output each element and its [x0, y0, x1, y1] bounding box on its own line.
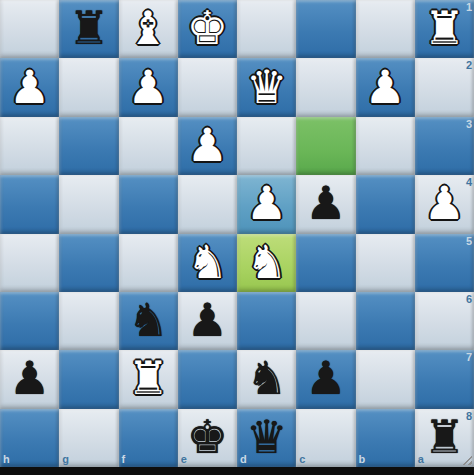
square-b4[interactable]	[356, 175, 415, 233]
square-c4[interactable]: ♟	[296, 175, 355, 233]
square-c1[interactable]	[296, 0, 355, 58]
square-c6[interactable]	[296, 292, 355, 350]
piece-white-queen[interactable]: ♛	[246, 64, 287, 110]
square-a1[interactable]: ♜1	[415, 0, 474, 58]
rank-label-6: 6	[466, 294, 472, 305]
piece-black-rook[interactable]: ♜	[424, 414, 465, 460]
piece-white-knight[interactable]: ♞	[246, 239, 287, 285]
square-g1[interactable]: ♜	[59, 0, 118, 58]
square-g4[interactable]	[59, 175, 118, 233]
file-label-f: f	[122, 454, 126, 465]
file-label-e: e	[181, 454, 187, 465]
square-c7[interactable]: ♟	[296, 350, 355, 408]
bottom-bar	[0, 467, 474, 475]
square-a2[interactable]: 2	[415, 58, 474, 116]
square-e2[interactable]	[178, 58, 237, 116]
square-e3[interactable]: ♟	[178, 117, 237, 175]
square-e4[interactable]	[178, 175, 237, 233]
file-label-c: c	[299, 454, 305, 465]
square-f3[interactable]	[119, 117, 178, 175]
square-h3[interactable]	[0, 117, 59, 175]
piece-white-knight[interactable]: ♞	[187, 239, 228, 285]
square-d5[interactable]: ♞	[237, 234, 296, 292]
square-b7[interactable]	[356, 350, 415, 408]
file-label-b: b	[359, 454, 366, 465]
square-e8[interactable]: ♚e	[178, 409, 237, 467]
square-b5[interactable]	[356, 234, 415, 292]
square-h1[interactable]	[0, 0, 59, 58]
square-g3[interactable]	[59, 117, 118, 175]
file-label-g: g	[62, 454, 69, 465]
piece-white-rook[interactable]: ♜	[128, 355, 169, 401]
square-d3[interactable]	[237, 117, 296, 175]
square-d6[interactable]	[237, 292, 296, 350]
rank-label-4: 4	[466, 177, 472, 188]
piece-white-pawn[interactable]: ♟	[187, 122, 228, 168]
piece-black-king[interactable]: ♚	[187, 414, 228, 460]
piece-black-pawn[interactable]: ♟	[305, 180, 346, 226]
square-f1[interactable]: ♝	[119, 0, 178, 58]
rank-label-8: 8	[466, 411, 472, 422]
piece-white-pawn[interactable]: ♟	[9, 64, 50, 110]
piece-black-knight[interactable]: ♞	[246, 355, 287, 401]
square-e5[interactable]: ♞	[178, 234, 237, 292]
square-e6[interactable]: ♟	[178, 292, 237, 350]
square-h8[interactable]: h	[0, 409, 59, 467]
chess-board: ♜♝♚♜1♟♟♛♟2♟3♟♟♟4♞♞5♞♟6♟♜♞♟7hgf♚e♛dcb♜8a	[0, 0, 474, 467]
square-h7[interactable]: ♟	[0, 350, 59, 408]
square-c5[interactable]	[296, 234, 355, 292]
square-f6[interactable]: ♞	[119, 292, 178, 350]
square-h5[interactable]	[0, 234, 59, 292]
rank-label-3: 3	[466, 119, 472, 130]
square-e1[interactable]: ♚	[178, 0, 237, 58]
piece-white-pawn[interactable]: ♟	[128, 64, 169, 110]
piece-black-knight[interactable]: ♞	[128, 297, 169, 343]
rank-label-1: 1	[466, 2, 472, 13]
rank-label-7: 7	[466, 352, 472, 363]
square-g2[interactable]	[59, 58, 118, 116]
piece-white-bishop[interactable]: ♝	[128, 5, 169, 51]
square-c2[interactable]	[296, 58, 355, 116]
square-f4[interactable]	[119, 175, 178, 233]
square-a4[interactable]: ♟4	[415, 175, 474, 233]
piece-white-pawn[interactable]: ♟	[424, 180, 465, 226]
square-b3[interactable]	[356, 117, 415, 175]
square-b1[interactable]	[356, 0, 415, 58]
piece-white-king[interactable]: ♚	[187, 5, 228, 51]
square-f2[interactable]: ♟	[119, 58, 178, 116]
square-d4[interactable]: ♟	[237, 175, 296, 233]
piece-black-rook[interactable]: ♜	[68, 5, 109, 51]
square-c8[interactable]: c	[296, 409, 355, 467]
square-b6[interactable]	[356, 292, 415, 350]
piece-black-pawn[interactable]: ♟	[305, 355, 346, 401]
square-h4[interactable]	[0, 175, 59, 233]
square-e7[interactable]	[178, 350, 237, 408]
square-a7[interactable]: 7	[415, 350, 474, 408]
piece-white-pawn[interactable]: ♟	[246, 180, 287, 226]
square-g5[interactable]	[59, 234, 118, 292]
square-h6[interactable]	[0, 292, 59, 350]
piece-black-queen[interactable]: ♛	[246, 414, 287, 460]
file-label-d: d	[240, 454, 247, 465]
piece-white-pawn[interactable]: ♟	[365, 64, 406, 110]
piece-white-rook[interactable]: ♜	[424, 5, 465, 51]
square-a8[interactable]: ♜8a	[415, 409, 474, 467]
square-g7[interactable]	[59, 350, 118, 408]
square-b2[interactable]: ♟	[356, 58, 415, 116]
square-d8[interactable]: ♛d	[237, 409, 296, 467]
file-label-a: a	[418, 454, 424, 465]
chess-app-window: ♜♝♚♜1♟♟♛♟2♟3♟♟♟4♞♞5♞♟6♟♜♞♟7hgf♚e♛dcb♜8a	[0, 0, 474, 475]
file-label-h: h	[3, 454, 10, 465]
rank-label-5: 5	[466, 236, 472, 247]
piece-black-pawn[interactable]: ♟	[9, 355, 50, 401]
square-d1[interactable]	[237, 0, 296, 58]
square-f8[interactable]: f	[119, 409, 178, 467]
rank-label-2: 2	[466, 60, 472, 71]
square-g8[interactable]: g	[59, 409, 118, 467]
square-a5[interactable]: 5	[415, 234, 474, 292]
square-d2[interactable]: ♛	[237, 58, 296, 116]
square-f5[interactable]	[119, 234, 178, 292]
square-a6[interactable]: 6	[415, 292, 474, 350]
square-f7[interactable]: ♜	[119, 350, 178, 408]
piece-black-pawn[interactable]: ♟	[187, 297, 228, 343]
square-c3[interactable]	[296, 117, 355, 175]
square-a3[interactable]: 3	[415, 117, 474, 175]
square-b8[interactable]: b	[356, 409, 415, 467]
square-d7[interactable]: ♞	[237, 350, 296, 408]
square-h2[interactable]: ♟	[0, 58, 59, 116]
square-g6[interactable]	[59, 292, 118, 350]
